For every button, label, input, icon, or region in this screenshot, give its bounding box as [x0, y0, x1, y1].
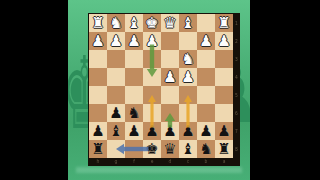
square-f3[interactable]	[125, 50, 143, 68]
square-d3[interactable]	[161, 50, 179, 68]
square-a8[interactable]: ♜	[215, 140, 233, 158]
square-g6[interactable]: ♟	[107, 104, 125, 122]
rank-label-7: 7	[235, 126, 239, 136]
rank-label-4: 4	[235, 72, 239, 82]
piece-black-pawn: ♟	[181, 122, 194, 140]
piece-white-pawn: ♟	[127, 32, 140, 50]
file-label-d: d	[165, 160, 175, 164]
thumbnail-background: ♚ ♟ ♜♞♝♚♛♝♜♟♟♟♟♟♟♞♟♟♟♞♟♝♟♟♟♟♟♟♜♚♛♝♞♜ hgf…	[68, 0, 250, 180]
piece-white-pawn: ♟	[181, 68, 194, 86]
square-e5[interactable]	[143, 86, 161, 104]
piece-black-king: ♚	[145, 140, 158, 158]
chess-board-frame: ♜♞♝♚♛♝♜♟♟♟♟♟♟♞♟♟♟♞♟♝♟♟♟♟♟♟♜♚♛♝♞♜ hgfedcb…	[88, 13, 240, 166]
piece-white-bishop: ♝	[127, 14, 140, 32]
square-g8[interactable]	[107, 140, 125, 158]
square-h3[interactable]	[89, 50, 107, 68]
square-d8[interactable]: ♛	[161, 140, 179, 158]
square-g5[interactable]	[107, 86, 125, 104]
piece-black-pawn: ♟	[91, 122, 104, 140]
square-d4[interactable]: ♟	[161, 68, 179, 86]
square-f6[interactable]: ♞	[125, 104, 143, 122]
square-g7[interactable]: ♝	[107, 122, 125, 140]
piece-black-bishop: ♝	[109, 122, 122, 140]
square-c7[interactable]: ♟	[179, 122, 197, 140]
piece-black-pawn: ♟	[217, 122, 230, 140]
square-a7[interactable]: ♟	[215, 122, 233, 140]
square-c8[interactable]: ♝	[179, 140, 197, 158]
square-h1[interactable]: ♜	[89, 14, 107, 32]
square-e6[interactable]	[143, 104, 161, 122]
piece-black-rook: ♜	[91, 140, 104, 158]
square-c5[interactable]	[179, 86, 197, 104]
piece-white-rook: ♜	[217, 14, 230, 32]
square-a4[interactable]	[215, 68, 233, 86]
piece-black-pawn: ♟	[163, 122, 176, 140]
square-b2[interactable]: ♟	[197, 32, 215, 50]
square-h6[interactable]	[89, 104, 107, 122]
square-b1[interactable]	[197, 14, 215, 32]
rank-label-8: 8	[235, 144, 239, 154]
square-e1[interactable]: ♚	[143, 14, 161, 32]
piece-black-rook: ♜	[217, 140, 230, 158]
square-b5[interactable]	[197, 86, 215, 104]
piece-white-king: ♚	[145, 14, 158, 32]
square-g1[interactable]: ♞	[107, 14, 125, 32]
file-label-f: f	[129, 160, 139, 164]
square-a3[interactable]	[215, 50, 233, 68]
piece-black-queen: ♛	[163, 140, 176, 158]
piece-white-pawn: ♟	[109, 32, 122, 50]
square-c2[interactable]	[179, 32, 197, 50]
square-a1[interactable]: ♜	[215, 14, 233, 32]
piece-white-pawn: ♟	[163, 68, 176, 86]
rank-label-1: 1	[235, 18, 239, 28]
rank-label-2: 2	[235, 36, 239, 46]
square-f8[interactable]	[125, 140, 143, 158]
piece-white-rook: ♜	[91, 14, 104, 32]
square-b8[interactable]: ♞	[197, 140, 215, 158]
square-c4[interactable]: ♟	[179, 68, 197, 86]
square-e2[interactable]: ♟	[143, 32, 161, 50]
square-e7[interactable]: ♟	[143, 122, 161, 140]
square-d2[interactable]	[161, 32, 179, 50]
square-h7[interactable]: ♟	[89, 122, 107, 140]
piece-white-pawn: ♟	[145, 32, 158, 50]
rank-label-3: 3	[235, 54, 239, 64]
square-d1[interactable]: ♛	[161, 14, 179, 32]
square-d5[interactable]	[161, 86, 179, 104]
square-b7[interactable]: ♟	[197, 122, 215, 140]
file-label-e: e	[147, 160, 157, 164]
square-d7[interactable]: ♟	[161, 122, 179, 140]
file-label-a: a	[219, 160, 229, 164]
file-label-c: c	[183, 160, 193, 164]
piece-white-pawn: ♟	[91, 32, 104, 50]
piece-white-queen: ♛	[163, 14, 176, 32]
piece-black-pawn: ♟	[145, 122, 158, 140]
square-g4[interactable]	[107, 68, 125, 86]
square-c1[interactable]: ♝	[179, 14, 197, 32]
square-b3[interactable]	[197, 50, 215, 68]
piece-black-pawn: ♟	[199, 122, 212, 140]
letterbox-bar-left	[0, 0, 68, 180]
square-a2[interactable]: ♟	[215, 32, 233, 50]
letterbox-bar-right	[250, 0, 320, 180]
square-g2[interactable]: ♟	[107, 32, 125, 50]
chess-board: ♜♞♝♚♛♝♜♟♟♟♟♟♟♞♟♟♟♞♟♝♟♟♟♟♟♟♜♚♛♝♞♜	[89, 14, 233, 158]
square-e3[interactable]	[143, 50, 161, 68]
square-f2[interactable]: ♟	[125, 32, 143, 50]
square-h5[interactable]	[89, 86, 107, 104]
piece-black-knight: ♞	[199, 140, 212, 158]
file-label-h: h	[93, 160, 103, 164]
square-c6[interactable]	[179, 104, 197, 122]
file-label-b: b	[201, 160, 211, 164]
square-c3[interactable]: ♞	[179, 50, 197, 68]
rank-label-6: 6	[235, 108, 239, 118]
piece-white-knight: ♞	[181, 50, 194, 68]
file-coordinates: hgfedcba	[89, 158, 233, 166]
rank-label-5: 5	[235, 90, 239, 100]
piece-white-bishop: ♝	[181, 14, 194, 32]
square-f5[interactable]	[125, 86, 143, 104]
piece-white-pawn: ♟	[199, 32, 212, 50]
piece-black-knight: ♞	[127, 104, 140, 122]
file-label-g: g	[111, 160, 121, 164]
piece-white-knight: ♞	[109, 14, 122, 32]
square-b6[interactable]	[197, 104, 215, 122]
rank-coordinates: 12345678	[233, 14, 240, 158]
square-d6[interactable]	[161, 104, 179, 122]
video-frame: { "game": "chess", "position": { "fen": …	[0, 0, 320, 180]
piece-black-pawn: ♟	[109, 104, 122, 122]
square-e4[interactable]	[143, 68, 161, 86]
square-f7[interactable]: ♟	[125, 122, 143, 140]
square-e8[interactable]: ♚	[143, 140, 161, 158]
square-h2[interactable]: ♟	[89, 32, 107, 50]
square-g3[interactable]	[107, 50, 125, 68]
background-light-streak	[76, 167, 242, 173]
piece-white-pawn: ♟	[217, 32, 230, 50]
square-f4[interactable]	[125, 68, 143, 86]
square-f1[interactable]: ♝	[125, 14, 143, 32]
square-h4[interactable]	[89, 68, 107, 86]
square-a6[interactable]	[215, 104, 233, 122]
square-a5[interactable]	[215, 86, 233, 104]
piece-black-pawn: ♟	[127, 122, 140, 140]
piece-black-bishop: ♝	[181, 140, 194, 158]
square-h8[interactable]: ♜	[89, 140, 107, 158]
square-b4[interactable]	[197, 68, 215, 86]
